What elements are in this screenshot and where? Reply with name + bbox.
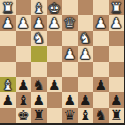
- square-e7[interactable]: [47, 92, 63, 107]
- square-g3[interactable]: [16, 31, 32, 46]
- square-a1[interactable]: ♜: [109, 0, 125, 15]
- square-a3[interactable]: [109, 31, 125, 46]
- square-c3[interactable]: ♞: [78, 31, 94, 46]
- white-king-piece[interactable]: ♚: [48, 0, 61, 14]
- square-d6[interactable]: [62, 77, 78, 92]
- white-pawn-piece[interactable]: ♟: [32, 16, 45, 30]
- square-a6[interactable]: [109, 77, 125, 92]
- square-b1[interactable]: [93, 0, 109, 15]
- page: ♜♝♚♜♟♟♟♟♛♟♟♞♞♟♟♝♟♞♟♟♟♝♟♟♟♟♚♜♛♝♞♜: [0, 0, 124, 125]
- black-pawn-piece[interactable]: ♟: [79, 92, 92, 106]
- square-d8[interactable]: ♛: [62, 108, 78, 123]
- square-f1[interactable]: ♝: [31, 0, 47, 15]
- black-king-piece[interactable]: ♚: [17, 108, 30, 122]
- black-pawn-piece[interactable]: ♟: [48, 77, 61, 91]
- square-e6[interactable]: ♟: [47, 77, 63, 92]
- black-bishop-piece[interactable]: ♝: [79, 108, 92, 122]
- square-e5[interactable]: [47, 62, 63, 77]
- square-b2[interactable]: ♟: [93, 15, 109, 30]
- chess-board: ♜♝♚♜♟♟♟♟♛♟♟♞♞♟♟♝♟♞♟♟♟♝♟♟♟♟♚♜♛♝♞♜: [0, 0, 124, 123]
- square-a7[interactable]: ♟: [109, 92, 125, 107]
- white-rook-piece[interactable]: ♜: [1, 0, 14, 14]
- square-c1[interactable]: [78, 0, 94, 15]
- black-knight-piece[interactable]: ♞: [94, 108, 107, 122]
- square-f7[interactable]: ♟: [31, 92, 47, 107]
- square-h6[interactable]: ♝: [0, 77, 16, 92]
- square-a5[interactable]: [109, 62, 125, 77]
- white-knight-piece[interactable]: ♞: [32, 31, 45, 45]
- white-bishop-piece[interactable]: ♝: [1, 77, 14, 91]
- square-e4[interactable]: [47, 46, 63, 61]
- white-queen-piece[interactable]: ♛: [63, 16, 76, 30]
- square-h2[interactable]: ♟: [0, 15, 16, 30]
- square-g2[interactable]: ♟: [16, 15, 32, 30]
- square-e3[interactable]: [47, 31, 63, 46]
- square-g6[interactable]: ♟: [16, 77, 32, 92]
- square-b4[interactable]: [93, 46, 109, 61]
- square-d3[interactable]: [62, 31, 78, 46]
- white-pawn-piece[interactable]: ♟: [48, 16, 61, 30]
- square-h5[interactable]: [0, 62, 16, 77]
- black-pawn-piece[interactable]: ♟: [94, 77, 107, 91]
- white-pawn-piece[interactable]: ♟: [63, 46, 76, 60]
- white-pawn-piece[interactable]: ♟: [94, 16, 107, 30]
- black-pawn-piece[interactable]: ♟: [110, 92, 123, 106]
- square-f4[interactable]: [31, 46, 47, 61]
- square-b8[interactable]: ♞: [93, 108, 109, 123]
- white-rook-piece[interactable]: ♜: [110, 0, 123, 14]
- black-bishop-piece[interactable]: ♝: [17, 92, 30, 106]
- square-c7[interactable]: ♟: [78, 92, 94, 107]
- square-b3[interactable]: [93, 31, 109, 46]
- square-a4[interactable]: [109, 46, 125, 61]
- square-h1[interactable]: ♜: [0, 0, 16, 15]
- square-d4[interactable]: ♟: [62, 46, 78, 61]
- square-h4[interactable]: [0, 46, 16, 61]
- square-g8[interactable]: ♚: [16, 108, 32, 123]
- square-c8[interactable]: ♝: [78, 108, 94, 123]
- square-d7[interactable]: ♟: [62, 92, 78, 107]
- square-h8[interactable]: [0, 108, 16, 123]
- square-a2[interactable]: ♟: [109, 15, 125, 30]
- square-g7[interactable]: ♝: [16, 92, 32, 107]
- square-f5[interactable]: [31, 62, 47, 77]
- black-pawn-piece[interactable]: ♟: [63, 92, 76, 106]
- black-pawn-piece[interactable]: ♟: [1, 92, 14, 106]
- square-g4[interactable]: [16, 46, 32, 61]
- square-c5[interactable]: [78, 62, 94, 77]
- square-d5[interactable]: [62, 62, 78, 77]
- square-c6[interactable]: [78, 77, 94, 92]
- square-d1[interactable]: [62, 0, 78, 15]
- white-pawn-piece[interactable]: ♟: [110, 16, 123, 30]
- square-b6[interactable]: ♟: [93, 77, 109, 92]
- white-pawn-piece[interactable]: ♟: [17, 16, 30, 30]
- square-f3[interactable]: ♞: [31, 31, 47, 46]
- square-e2[interactable]: ♟: [47, 15, 63, 30]
- bottom-edge: [0, 123, 124, 125]
- white-pawn-piece[interactable]: ♟: [1, 16, 14, 30]
- square-b7[interactable]: [93, 92, 109, 107]
- square-c2[interactable]: [78, 15, 94, 30]
- square-d2[interactable]: ♛: [62, 15, 78, 30]
- square-h7[interactable]: ♟: [0, 92, 16, 107]
- black-knight-piece[interactable]: ♞: [32, 77, 45, 91]
- square-g5[interactable]: [16, 62, 32, 77]
- square-c4[interactable]: ♟: [78, 46, 94, 61]
- square-e1[interactable]: ♚: [47, 0, 63, 15]
- black-pawn-piece[interactable]: ♟: [32, 92, 45, 106]
- square-g1[interactable]: [16, 0, 32, 15]
- black-pawn-piece[interactable]: ♟: [17, 77, 30, 91]
- square-f8[interactable]: ♜: [31, 108, 47, 123]
- black-queen-piece[interactable]: ♛: [63, 108, 76, 122]
- black-rook-piece[interactable]: ♜: [110, 108, 123, 122]
- white-bishop-piece[interactable]: ♝: [32, 0, 45, 14]
- square-e8[interactable]: [47, 108, 63, 123]
- white-pawn-piece[interactable]: ♟: [79, 46, 92, 60]
- square-b5[interactable]: [93, 62, 109, 77]
- square-f2[interactable]: ♟: [31, 15, 47, 30]
- square-f6[interactable]: ♞: [31, 77, 47, 92]
- white-knight-piece[interactable]: ♞: [79, 31, 92, 45]
- square-a8[interactable]: ♜: [109, 108, 125, 123]
- black-rook-piece[interactable]: ♜: [32, 108, 45, 122]
- square-h3[interactable]: [0, 31, 16, 46]
